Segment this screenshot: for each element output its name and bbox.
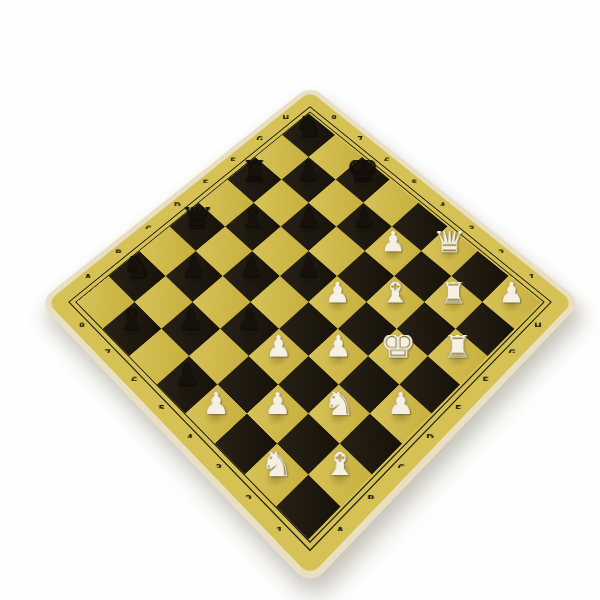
piece-anchor: ♚	[377, 335, 419, 377]
file-label-H: H	[518, 320, 559, 334]
border-pinstripe-outer: ♞♛♜♞♝♟♝♟♟♟♟♚♟♟♟♟♟♟♟♟♟♟♝♛♞♞♚♜♝♟♜♟	[68, 106, 552, 551]
rank-label-7: 7	[101, 333, 115, 374]
white-bishop-b1[interactable]: ♝	[323, 443, 357, 481]
rank-label-1: 1	[272, 509, 288, 554]
file-label-A: A	[318, 524, 363, 540]
piece-anchor: ♟	[317, 335, 359, 377]
rank-label-3: 3	[211, 447, 226, 491]
chess-board-scene: ABCDEFGH ABCDEFGH 87654321 87654321 ♞♛♜♞…	[38, 85, 581, 586]
rank-label-4: 4	[182, 417, 197, 460]
rank-label-2: 2	[241, 477, 257, 521]
chess-square-h3[interactable]: ♛	[421, 226, 477, 276]
white-rook-f1[interactable]: ♜	[443, 329, 473, 362]
rank-label-5: 5	[154, 388, 169, 430]
rank-label-8: 8	[75, 306, 89, 347]
rank-label-6: 6	[127, 360, 142, 402]
border-pinstripe-inner: ♞♛♜♞♝♟♝♟♟♟♟♚♟♟♟♟♟♟♟♟♟♟♝♛♞♞♚♜♝♟♜♟	[75, 111, 545, 542]
board-wood-rim: ABCDEFGH ABCDEFGH 87654321 87654321 ♞♛♜♞…	[38, 85, 581, 586]
white-king-e2[interactable]: ♚	[380, 322, 417, 363]
board-border-band: ABCDEFGH ABCDEFGH 87654321 87654321 ♞♛♜♞…	[47, 91, 573, 576]
white-pawn-c4[interactable]: ♟	[265, 332, 292, 362]
piece-anchor: ♝	[318, 452, 363, 497]
product-photo-canvas: ABCDEFGH ABCDEFGH 87654321 87654321 ♞♛♜♞…	[0, 0, 600, 600]
chess-grid: ♞♛♜♞♝♟♝♟♟♟♟♚♟♟♟♟♟♟♟♟♟♟♝♛♞♞♚♜♝♟♜♟	[77, 113, 542, 540]
piece-anchor: ♜	[437, 335, 479, 377]
